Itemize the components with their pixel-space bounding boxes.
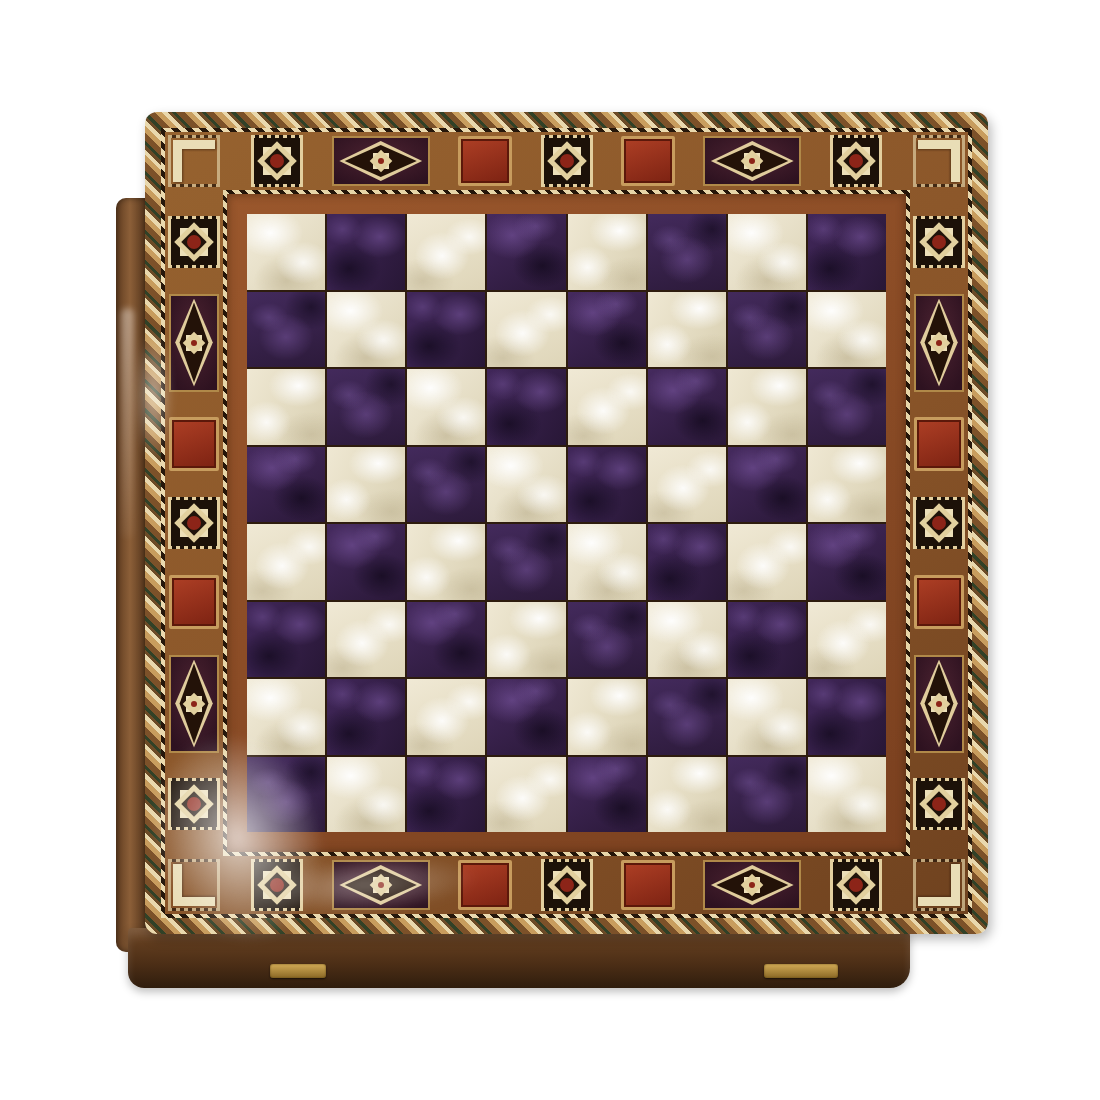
square-h6[interactable] — [808, 369, 886, 445]
square-a6[interactable] — [247, 369, 325, 445]
red-panel-motif — [914, 417, 964, 471]
star-center-dot — [560, 878, 574, 892]
star-center-dot — [378, 158, 384, 164]
frame-corner-motif — [910, 856, 968, 914]
scene — [0, 0, 1100, 1100]
l-bracket-icon — [173, 864, 215, 906]
square-a8[interactable] — [247, 214, 325, 290]
l-bracket-icon — [173, 140, 215, 182]
square-g2[interactable] — [728, 679, 806, 755]
square-a2[interactable] — [247, 679, 325, 755]
square-g6[interactable] — [728, 369, 806, 445]
square-f6[interactable] — [648, 369, 726, 445]
star-center-dot — [191, 340, 197, 346]
star-center-dot — [849, 878, 863, 892]
chess-board — [145, 112, 988, 934]
frame-motif-track-right — [910, 190, 968, 856]
frame-corner-motif — [165, 856, 223, 914]
star-rosette-motif — [251, 859, 303, 911]
star-rosette-motif — [168, 497, 220, 549]
square-g4[interactable] — [728, 524, 806, 600]
square-e7[interactable] — [568, 292, 646, 368]
square-h2[interactable] — [808, 679, 886, 755]
box-side-panel — [116, 198, 147, 952]
square-g8[interactable] — [728, 214, 806, 290]
square-h7[interactable] — [808, 292, 886, 368]
red-panel-motif — [169, 417, 219, 471]
square-c8[interactable] — [407, 214, 485, 290]
red-panel-motif — [914, 575, 964, 629]
frame-corner-motif — [910, 132, 968, 190]
star-center-dot — [187, 516, 201, 530]
square-c2[interactable] — [407, 679, 485, 755]
square-g3[interactable] — [728, 602, 806, 678]
star-center-dot — [191, 701, 197, 707]
frame-motif-track-left — [165, 190, 223, 856]
square-c4[interactable] — [407, 524, 485, 600]
square-f4[interactable] — [648, 524, 726, 600]
diamond-medallion-motif — [703, 136, 801, 186]
square-a4[interactable] — [247, 524, 325, 600]
box-base — [128, 928, 910, 988]
square-e1[interactable] — [568, 757, 646, 833]
square-d6[interactable] — [487, 369, 565, 445]
star-rosette-motif — [541, 859, 593, 911]
square-a7[interactable] — [247, 292, 325, 368]
square-h4[interactable] — [808, 524, 886, 600]
frame-motif-track-bottom — [223, 856, 910, 914]
square-c1[interactable] — [407, 757, 485, 833]
square-e3[interactable] — [568, 602, 646, 678]
square-e8[interactable] — [568, 214, 646, 290]
square-g1[interactable] — [728, 757, 806, 833]
square-g7[interactable] — [728, 292, 806, 368]
hinge-icon — [270, 964, 326, 978]
square-h1[interactable] — [808, 757, 886, 833]
square-e4[interactable] — [568, 524, 646, 600]
square-h5[interactable] — [808, 447, 886, 523]
frame-motif-track-top — [223, 132, 910, 190]
square-b2[interactable] — [327, 679, 405, 755]
square-c7[interactable] — [407, 292, 485, 368]
star-rosette-motif — [830, 135, 882, 187]
square-c3[interactable] — [407, 602, 485, 678]
star-center-dot — [187, 235, 201, 249]
red-panel-motif — [621, 136, 675, 186]
square-g5[interactable] — [728, 447, 806, 523]
star-rosette-motif — [913, 778, 965, 830]
l-bracket-icon — [918, 864, 960, 906]
star-center-dot — [932, 516, 946, 530]
l-bracket-icon — [918, 140, 960, 182]
square-f8[interactable] — [648, 214, 726, 290]
hinge-icon — [764, 964, 838, 978]
star-center-dot — [849, 154, 863, 168]
star-rosette-motif — [251, 135, 303, 187]
square-f5[interactable] — [648, 447, 726, 523]
star-center-dot — [378, 882, 384, 888]
star-center-dot — [936, 701, 942, 707]
red-panel-motif — [621, 860, 675, 910]
star-rosette-motif — [541, 135, 593, 187]
red-panel-motif — [458, 136, 512, 186]
square-b8[interactable] — [327, 214, 405, 290]
square-c5[interactable] — [407, 447, 485, 523]
star-center-dot — [936, 340, 942, 346]
square-e6[interactable] — [568, 369, 646, 445]
square-e5[interactable] — [568, 447, 646, 523]
star-center-dot — [932, 235, 946, 249]
star-rosette-motif — [830, 859, 882, 911]
square-a1[interactable] — [247, 757, 325, 833]
square-d5[interactable] — [487, 447, 565, 523]
square-e2[interactable] — [568, 679, 646, 755]
square-f7[interactable] — [648, 292, 726, 368]
diamond-medallion-motif — [332, 860, 430, 910]
star-center-dot — [560, 154, 574, 168]
board-frame — [161, 128, 972, 918]
square-b5[interactable] — [327, 447, 405, 523]
diamond-medallion-motif — [914, 294, 964, 392]
square-d7[interactable] — [487, 292, 565, 368]
square-a3[interactable] — [247, 602, 325, 678]
square-d4[interactable] — [487, 524, 565, 600]
diamond-medallion-motif — [703, 860, 801, 910]
square-h8[interactable] — [808, 214, 886, 290]
red-panel-motif — [169, 575, 219, 629]
square-b6[interactable] — [327, 369, 405, 445]
square-d8[interactable] — [487, 214, 565, 290]
red-panel-motif — [458, 860, 512, 910]
inner-frame — [223, 190, 910, 856]
square-f2[interactable] — [648, 679, 726, 755]
square-d2[interactable] — [487, 679, 565, 755]
star-rosette-motif — [168, 216, 220, 268]
square-a5[interactable] — [247, 447, 325, 523]
diamond-medallion-motif — [332, 136, 430, 186]
square-b4[interactable] — [327, 524, 405, 600]
square-d3[interactable] — [487, 602, 565, 678]
star-rosette-motif — [913, 497, 965, 549]
diamond-medallion-motif — [169, 655, 219, 753]
square-f3[interactable] — [648, 602, 726, 678]
square-c6[interactable] — [407, 369, 485, 445]
star-rosette-motif — [168, 778, 220, 830]
star-rosette-motif — [913, 216, 965, 268]
square-h3[interactable] — [808, 602, 886, 678]
square-b1[interactable] — [327, 757, 405, 833]
square-d1[interactable] — [487, 757, 565, 833]
diamond-medallion-motif — [914, 655, 964, 753]
frame-corner-motif — [165, 132, 223, 190]
square-b3[interactable] — [327, 602, 405, 678]
diamond-medallion-motif — [169, 294, 219, 392]
play-area — [247, 214, 886, 832]
square-b7[interactable] — [327, 292, 405, 368]
square-f1[interactable] — [648, 757, 726, 833]
